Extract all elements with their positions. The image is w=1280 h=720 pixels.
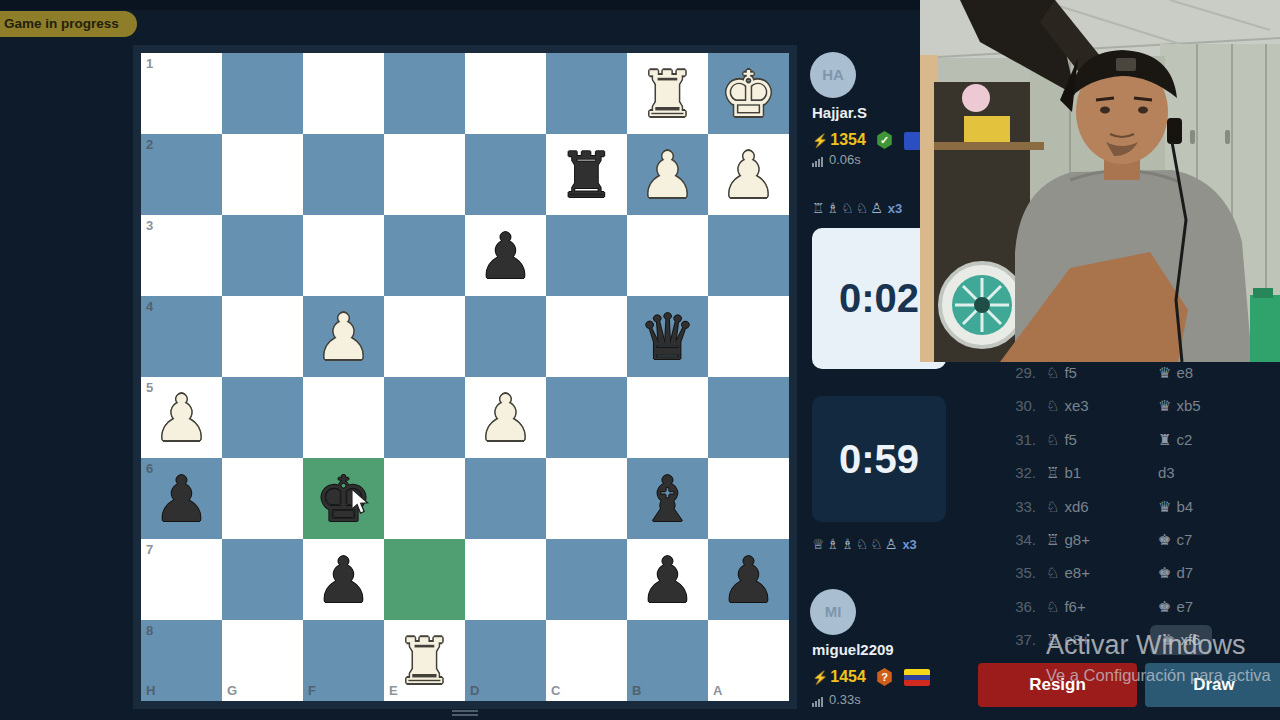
- chess-board: 1♜♚2♜♟♟3♟4♟♛5♟♟6♟♚♝7♟♟♟8HGFE♜DCBA: [133, 45, 797, 709]
- piece-white-rook-e8[interactable]: ♜: [384, 620, 465, 701]
- square-a6[interactable]: [708, 458, 789, 539]
- square-b3[interactable]: [627, 215, 708, 296]
- move-white[interactable]: ♘xe3: [1046, 389, 1089, 423]
- square-d4[interactable]: [465, 296, 546, 377]
- square-d2[interactable]: [465, 134, 546, 215]
- rank-label: 2: [146, 137, 153, 152]
- avatar: MI: [810, 589, 856, 635]
- square-d7[interactable]: [465, 539, 546, 620]
- rank-label: 1: [146, 56, 153, 71]
- square-e7[interactable]: [384, 539, 465, 620]
- piece-icon: ♚: [1158, 598, 1171, 616]
- move-row: 34.♖g8+♚c7: [1000, 523, 1280, 556]
- rank-label: 7: [146, 542, 153, 557]
- move-number: 32.: [1000, 456, 1036, 489]
- move-black[interactable]: ♚d7: [1158, 556, 1193, 590]
- move-white[interactable]: ♘f5: [1046, 423, 1077, 457]
- move-number: 35.: [1000, 556, 1036, 589]
- file-label: A: [713, 683, 722, 698]
- player-name-bottom[interactable]: miguel2209: [812, 641, 894, 658]
- square-d1[interactable]: [465, 53, 546, 134]
- bolt-icon: ⚡: [812, 133, 828, 148]
- captured-pieces-top: ♖♗♘♘♙x3: [812, 200, 902, 216]
- square-f4[interactable]: ♟: [303, 296, 384, 377]
- captured-piece-icon: ♘: [856, 536, 871, 552]
- signal-bars-icon: [812, 152, 824, 167]
- captured-piece-icon: ♖: [812, 200, 827, 216]
- square-g3[interactable]: [222, 215, 303, 296]
- captured-multiplier: x3: [888, 201, 902, 216]
- move-white[interactable]: ♘xd6: [1046, 490, 1089, 524]
- square-e3[interactable]: [384, 215, 465, 296]
- captured-piece-icon: ♕: [812, 536, 827, 552]
- square-e1[interactable]: [384, 53, 465, 134]
- square-d8[interactable]: D: [465, 620, 546, 701]
- square-a2[interactable]: ♟: [708, 134, 789, 215]
- verified-check-badge: ✓: [876, 131, 893, 149]
- piece-icon: ♖: [1046, 531, 1059, 549]
- move-row: 33.♘xd6♛b4: [1000, 490, 1280, 523]
- piece-white-king-a1[interactable]: ♚: [708, 53, 789, 134]
- piece-black-pawn-a7[interactable]: ♟: [708, 539, 789, 620]
- piece-black-queen-b4[interactable]: ♛: [627, 296, 708, 377]
- captured-piece-icon: ♗: [827, 536, 842, 552]
- square-g1[interactable]: [222, 53, 303, 134]
- rank-label: 8: [146, 623, 153, 638]
- file-label: B: [632, 683, 641, 698]
- piece-icon: ♚: [1158, 531, 1171, 549]
- board-resize-handle[interactable]: [452, 710, 478, 717]
- piece-white-pawn-d5[interactable]: ♟: [465, 377, 546, 458]
- piece-black-pawn-h6[interactable]: ♟: [141, 458, 222, 539]
- move-white[interactable]: ♘e8+: [1046, 556, 1090, 590]
- piece-black-bishop-b6[interactable]: ♝: [627, 458, 708, 539]
- square-h4[interactable]: 4: [141, 296, 222, 377]
- square-f7[interactable]: ♟: [303, 539, 384, 620]
- piece-white-pawn-f4[interactable]: ♟: [303, 296, 384, 377]
- clock-bottom: 0:59: [812, 396, 946, 522]
- square-f5[interactable]: [303, 377, 384, 458]
- square-g7[interactable]: [222, 539, 303, 620]
- square-h1[interactable]: 1: [141, 53, 222, 134]
- square-e5[interactable]: [384, 377, 465, 458]
- square-c1[interactable]: [546, 53, 627, 134]
- piece-icon: ♜: [1158, 431, 1171, 449]
- piece-black-pawn-b7[interactable]: ♟: [627, 539, 708, 620]
- square-e4[interactable]: [384, 296, 465, 377]
- move-white[interactable]: ♘f6+: [1046, 590, 1086, 624]
- connection-bottom: 0.33s: [812, 692, 861, 707]
- piece-icon: ♚: [1158, 564, 1171, 582]
- piece-white-pawn-b2[interactable]: ♟: [627, 134, 708, 215]
- move-white[interactable]: ♖b1: [1046, 456, 1081, 490]
- square-a8[interactable]: A: [708, 620, 789, 701]
- move-row: 31.♘f5♜c2: [1000, 423, 1280, 456]
- move-black[interactable]: ♚e7: [1158, 590, 1193, 624]
- piece-white-pawn-a2[interactable]: ♟: [708, 134, 789, 215]
- square-c3[interactable]: [546, 215, 627, 296]
- webcam-video: [920, 0, 1280, 362]
- piece-white-rook-b1[interactable]: ♜: [627, 53, 708, 134]
- move-black[interactable]: ♚c7: [1158, 523, 1192, 557]
- file-label: D: [470, 683, 479, 698]
- piece-icon: ♖: [1046, 464, 1059, 482]
- square-g4[interactable]: [222, 296, 303, 377]
- captured-pieces-bottom: ♕♗♗♘♘♙x3: [812, 536, 917, 552]
- square-h3[interactable]: 3: [141, 215, 222, 296]
- move-row: 35.♘e8+♚d7: [1000, 556, 1280, 589]
- move-black[interactable]: ♛xb5: [1158, 389, 1201, 423]
- square-h2[interactable]: 2: [141, 134, 222, 215]
- piece-icon: ♘: [1046, 431, 1059, 449]
- square-h7[interactable]: 7: [141, 539, 222, 620]
- captured-piece-icon: ♘: [841, 200, 856, 216]
- move-row: 36.♘f6+♚e7: [1000, 590, 1280, 623]
- square-a4[interactable]: [708, 296, 789, 377]
- rank-label: 4: [146, 299, 153, 314]
- move-number: 31.: [1000, 423, 1036, 456]
- captured-multiplier: x3: [902, 537, 916, 552]
- captured-piece-icon: ♘: [870, 536, 885, 552]
- rating-top: ⚡1354: [812, 131, 866, 149]
- square-g5[interactable]: [222, 377, 303, 458]
- captured-piece-icon: ♘: [856, 200, 871, 216]
- square-b7[interactable]: ♟: [627, 539, 708, 620]
- piece-icon: ♘: [1046, 598, 1059, 616]
- square-a7[interactable]: ♟: [708, 539, 789, 620]
- square-c7[interactable]: [546, 539, 627, 620]
- move-number: 34.: [1000, 523, 1036, 556]
- venezuela-flag-icon: [904, 669, 930, 686]
- square-b8[interactable]: B: [627, 620, 708, 701]
- captured-piece-icon: ♗: [841, 536, 856, 552]
- captured-piece-icon: ♙: [870, 200, 885, 216]
- move-black[interactable]: ♜c2: [1158, 423, 1192, 457]
- square-f2[interactable]: [303, 134, 384, 215]
- square-a5[interactable]: [708, 377, 789, 458]
- rating-bottom: ⚡1454: [812, 668, 866, 686]
- square-f1[interactable]: [303, 53, 384, 134]
- square-b4[interactable]: ♛: [627, 296, 708, 377]
- file-label: F: [308, 683, 316, 698]
- square-e2[interactable]: [384, 134, 465, 215]
- piece-icon: ♘: [1046, 364, 1059, 382]
- game-status-badge: Game in progress: [0, 11, 137, 37]
- square-b6[interactable]: ♝: [627, 458, 708, 539]
- piece-white-pawn-h5[interactable]: ♟: [141, 377, 222, 458]
- piece-black-rook-c2[interactable]: ♜: [546, 134, 627, 215]
- file-label: G: [227, 683, 237, 698]
- square-g2[interactable]: [222, 134, 303, 215]
- app-window: Game in progress 1♜♚2♜♟♟3♟4♟♛5♟♟6♟♚♝7♟♟♟…: [0, 0, 1280, 720]
- square-c2[interactable]: ♜: [546, 134, 627, 215]
- mouse-cursor-icon: [349, 489, 373, 515]
- rank-label: 3: [146, 218, 153, 233]
- square-b5[interactable]: [627, 377, 708, 458]
- windows-activation-watermark-line2: Ve a Configuración para activa: [1046, 666, 1280, 685]
- bolt-icon: ⚡: [812, 670, 828, 685]
- move-number: 36.: [1000, 590, 1036, 623]
- square-d5[interactable]: ♟: [465, 377, 546, 458]
- piece-icon: ♘: [1046, 397, 1059, 415]
- square-a3[interactable]: [708, 215, 789, 296]
- square-c6[interactable]: [546, 458, 627, 539]
- square-f3[interactable]: [303, 215, 384, 296]
- square-e8[interactable]: E♜: [384, 620, 465, 701]
- piece-black-pawn-d3[interactable]: ♟: [465, 215, 546, 296]
- square-g8[interactable]: G: [222, 620, 303, 701]
- piece-icon: ♛: [1158, 498, 1171, 516]
- piece-icon: ♘: [1046, 498, 1059, 516]
- piece-icon: ♛: [1158, 364, 1171, 382]
- square-h8[interactable]: 8H: [141, 620, 222, 701]
- move-row: 32.♖b1d3: [1000, 456, 1280, 489]
- player-name-top[interactable]: Hajjar.S: [812, 104, 867, 121]
- square-b2[interactable]: ♟: [627, 134, 708, 215]
- square-h5[interactable]: 5♟: [141, 377, 222, 458]
- piece-icon: ♛: [1158, 397, 1171, 415]
- square-d6[interactable]: [465, 458, 546, 539]
- connection-top: 0.06s: [812, 152, 861, 167]
- square-g6[interactable]: [222, 458, 303, 539]
- file-label: C: [551, 683, 560, 698]
- move-row: 30.♘xe3♛xb5: [1000, 389, 1280, 422]
- square-a1[interactable]: ♚: [708, 53, 789, 134]
- move-white[interactable]: ♖g8+: [1046, 523, 1090, 557]
- move-number: 37.: [1000, 623, 1036, 656]
- square-c4[interactable]: [546, 296, 627, 377]
- signal-bars-icon: [812, 692, 824, 707]
- square-h6[interactable]: 6♟: [141, 458, 222, 539]
- piece-black-pawn-f7[interactable]: ♟: [303, 539, 384, 620]
- square-c5[interactable]: [546, 377, 627, 458]
- captured-piece-icon: ♗: [827, 200, 842, 216]
- square-e6[interactable]: [384, 458, 465, 539]
- move-black[interactable]: d3: [1158, 456, 1175, 489]
- flag-top-partial: [904, 132, 920, 150]
- move-list: 29.♘f5♛e830.♘xe3♛xb531.♘f5♜c232.♖b1d333.…: [1000, 356, 1280, 666]
- avatar: HA: [810, 52, 856, 98]
- square-b1[interactable]: ♜: [627, 53, 708, 134]
- move-black[interactable]: ♛b4: [1158, 490, 1193, 524]
- piece-icon: ♘: [1046, 564, 1059, 582]
- provisional-question-badge: ?: [876, 668, 893, 686]
- file-label: H: [146, 683, 155, 698]
- square-c8[interactable]: C: [546, 620, 627, 701]
- square-d3[interactable]: ♟: [465, 215, 546, 296]
- move-number: 30.: [1000, 389, 1036, 422]
- windows-activation-watermark: Activar Windows: [1046, 630, 1246, 661]
- captured-piece-icon: ♙: [885, 536, 900, 552]
- square-f8[interactable]: F: [303, 620, 384, 701]
- move-number: 33.: [1000, 490, 1036, 523]
